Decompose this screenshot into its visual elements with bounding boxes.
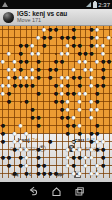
black-stone: ● <box>6 162 11 170</box>
black-stone: ● <box>54 82 59 90</box>
battery-icon <box>93 2 97 8</box>
board-point[interactable]: ● <box>106 58 112 66</box>
board-point[interactable] <box>106 106 112 114</box>
black-stone-logo-icon <box>3 12 14 23</box>
white-stone: ● <box>77 106 82 114</box>
white-stone: ● <box>89 114 94 122</box>
white-stone: ● <box>65 154 70 162</box>
white-stone: ● <box>95 26 100 34</box>
black-stone: ● <box>42 170 47 178</box>
white-stone: ● <box>77 146 82 154</box>
black-stone: ● <box>77 74 82 82</box>
black-stone: ● <box>54 58 59 66</box>
white-stone: ● <box>95 42 100 50</box>
white-stone: ● <box>30 50 35 58</box>
board-point[interactable] <box>106 66 112 74</box>
black-stone: ● <box>48 26 53 34</box>
black-stone: ● <box>107 58 112 66</box>
white-stone: ● <box>65 50 70 58</box>
board-point[interactable] <box>106 146 112 154</box>
board-point[interactable] <box>106 90 112 98</box>
black-stone: ● <box>36 122 41 130</box>
white-stone: ● <box>30 42 35 50</box>
white-stone: ● <box>89 82 94 90</box>
white-stone: ● <box>1 90 6 98</box>
board-point[interactable] <box>106 154 112 162</box>
white-stone: ● <box>83 154 88 162</box>
black-stone: ● <box>71 138 76 146</box>
black-stone: ● <box>24 82 29 90</box>
black-stone: ● <box>59 58 64 66</box>
black-stone: ● <box>77 154 82 162</box>
black-stone: ● <box>1 154 6 162</box>
board-point[interactable] <box>106 138 112 146</box>
black-stone: ● <box>36 114 41 122</box>
black-stone: ● <box>18 42 23 50</box>
black-stone: ● <box>65 90 70 98</box>
white-stone: ● <box>101 138 106 146</box>
black-stone: ● <box>54 98 59 106</box>
black-stone: ● <box>65 122 70 130</box>
black-stone: ● <box>95 146 100 154</box>
white-stone: ● <box>65 106 70 114</box>
white-stone: ● <box>95 106 100 114</box>
white-stone: ● <box>24 146 29 154</box>
black-stone: ● <box>65 34 70 42</box>
black-stone: ● <box>89 130 94 138</box>
black-stone: ● <box>101 146 106 154</box>
black-stone: ● <box>101 58 106 66</box>
black-stone: ● <box>24 170 29 178</box>
black-stone: ● <box>101 82 106 90</box>
save-button[interactable] <box>74 171 81 178</box>
white-stone: ● <box>89 154 94 162</box>
black-stone: ● <box>83 50 88 58</box>
board-point[interactable] <box>106 122 112 130</box>
black-stone: ● <box>89 42 94 50</box>
white-stone: ● <box>77 98 82 106</box>
black-stone: ● <box>101 74 106 82</box>
black-stone: ● <box>48 138 53 146</box>
black-stone: ● <box>12 74 17 82</box>
white-stone: ● <box>89 170 94 178</box>
black-stone: ● <box>48 66 53 74</box>
black-stone: ● <box>89 50 94 58</box>
black-stone: ● <box>12 170 17 178</box>
black-stone: ● <box>71 26 76 34</box>
white-stone: ● <box>77 58 82 66</box>
white-stone: ● <box>83 90 88 98</box>
board-point[interactable] <box>106 82 112 90</box>
title-bar: IGS: kenj vs cau Move 171 <box>0 9 112 26</box>
black-stone: ● <box>89 138 94 146</box>
black-stone: ● <box>36 170 41 178</box>
black-stone: ● <box>95 122 100 130</box>
black-stone: ● <box>95 90 100 98</box>
black-stone: ● <box>30 114 35 122</box>
black-stone: ● <box>71 74 76 82</box>
home-button[interactable] <box>51 186 62 197</box>
go-board[interactable]: ●●●●●●●●●●●●●●●●●●●●●●●●●●●●●●●●●●●●●●●●… <box>0 26 112 133</box>
black-stone: ● <box>42 34 47 42</box>
white-stone: ● <box>12 130 17 138</box>
black-stone: ● <box>95 130 100 138</box>
phone-screen: 2:37 IGS: kenj vs cau Move 171 ●●●●●●●●●… <box>0 0 112 200</box>
white-stone: ● <box>18 138 23 146</box>
black-stone: ● <box>71 162 76 170</box>
black-stone: ● <box>54 90 59 98</box>
white-stone: ● <box>95 58 100 66</box>
white-stone: ● <box>77 90 82 98</box>
signal-icon <box>86 2 91 7</box>
board-point[interactable] <box>106 50 112 58</box>
white-stone: ● <box>59 74 64 82</box>
board-point[interactable] <box>106 26 112 34</box>
white-stone: ● <box>89 146 94 154</box>
white-stone: ● <box>30 74 35 82</box>
white-stone: ● <box>65 42 70 50</box>
white-stone: ● <box>107 34 112 42</box>
white-stone: ● <box>59 50 64 58</box>
black-stone: ● <box>48 34 53 42</box>
black-stone: ● <box>71 154 76 162</box>
black-stone: ● <box>36 154 41 162</box>
warning-triangle-icon <box>2 2 8 7</box>
white-stone: ● <box>83 66 88 74</box>
black-stone: ● <box>71 122 76 130</box>
black-stone: ● <box>1 130 6 138</box>
white-stone: ● <box>36 34 41 42</box>
white-stone: ● <box>24 74 29 82</box>
white-stone: ● <box>101 50 106 58</box>
black-stone: ● <box>59 106 64 114</box>
black-stone: ● <box>77 130 82 138</box>
move-counter: Move 171 <box>17 18 67 24</box>
black-stone: ● <box>42 42 47 50</box>
white-stone: ● <box>12 58 17 66</box>
black-stone: ● <box>12 82 17 90</box>
black-stone: ● <box>18 82 23 90</box>
white-stone: ● <box>71 114 76 122</box>
black-stone: ● <box>18 154 23 162</box>
board-point[interactable] <box>106 74 112 82</box>
black-stone: ● <box>24 98 29 106</box>
black-stone: ● <box>1 138 6 146</box>
black-stone: ● <box>18 50 23 58</box>
black-stone: ● <box>24 58 29 66</box>
black-stone: ● <box>36 90 41 98</box>
back-icon <box>27 186 38 197</box>
white-stone: ● <box>59 90 64 98</box>
status-bar: 2:37 <box>0 0 112 9</box>
board-point[interactable] <box>106 114 112 122</box>
black-stone: ● <box>36 162 41 170</box>
white-stone: ● <box>65 74 70 82</box>
black-stone: ● <box>6 98 11 106</box>
black-stone: ● <box>59 114 64 122</box>
black-stone: ● <box>36 146 41 154</box>
black-stone: ● <box>48 74 53 82</box>
white-stone: ● <box>59 82 64 90</box>
white-stone: ● <box>65 98 70 106</box>
board-point[interactable]: ● <box>106 34 112 42</box>
white-stone: ● <box>24 154 29 162</box>
white-stone: ● <box>1 58 6 66</box>
black-stone: ● <box>54 66 59 74</box>
board-point[interactable] <box>106 162 112 170</box>
black-stone: ● <box>89 34 94 42</box>
white-stone: ● <box>42 26 47 34</box>
black-stone: ● <box>65 82 70 90</box>
white-stone: ● <box>18 146 23 154</box>
white-stone: ● <box>83 162 88 170</box>
black-stone: ● <box>77 50 82 58</box>
black-stone: ● <box>59 98 64 106</box>
black-stone: ● <box>54 170 59 178</box>
black-stone: ● <box>54 26 59 34</box>
black-stone: ● <box>6 154 11 162</box>
board-point[interactable] <box>106 98 112 106</box>
black-stone: ● <box>30 82 35 90</box>
black-stone: ● <box>18 162 23 170</box>
black-stone: ● <box>71 90 76 98</box>
white-stone: ● <box>65 146 70 154</box>
home-icon <box>51 186 62 197</box>
white-stone: ● <box>89 74 94 82</box>
white-stone: ● <box>36 50 41 58</box>
black-stone: ● <box>65 114 70 122</box>
white-stone: ● <box>6 66 11 74</box>
white-stone: ● <box>24 130 29 138</box>
white-stone: ● <box>18 74 23 82</box>
white-stone: ● <box>12 138 17 146</box>
black-stone: ● <box>48 170 53 178</box>
black-stone: ● <box>89 26 94 34</box>
black-stone: ● <box>36 66 41 74</box>
white-stone: ● <box>95 170 100 178</box>
black-stone: ● <box>18 66 23 74</box>
board-point[interactable] <box>106 42 112 50</box>
black-stone: ● <box>1 122 6 130</box>
white-stone: ● <box>6 82 11 90</box>
black-stone: ● <box>77 42 82 50</box>
white-stone: ● <box>30 66 35 74</box>
white-stone: ● <box>71 66 76 74</box>
black-stone: ● <box>101 154 106 162</box>
white-stone: ● <box>1 82 6 90</box>
white-stone: ● <box>89 98 94 106</box>
white-stone: ● <box>77 122 82 130</box>
black-stone: ● <box>24 42 29 50</box>
black-stone: ● <box>65 130 70 138</box>
white-stone: ● <box>95 162 100 170</box>
black-stone: ● <box>101 66 106 74</box>
white-stone: ● <box>95 34 100 42</box>
white-stone: ● <box>6 50 11 58</box>
white-stone: ● <box>89 66 94 74</box>
white-stone: ● <box>6 74 11 82</box>
black-stone: ● <box>71 34 76 42</box>
white-stone: ● <box>71 146 76 154</box>
black-stone: ● <box>95 98 100 106</box>
black-stone: ● <box>77 82 82 90</box>
board-point[interactable] <box>106 130 112 138</box>
black-stone: ● <box>42 162 47 170</box>
recents-button[interactable] <box>74 186 85 197</box>
android-nav-bar <box>0 182 112 200</box>
black-stone: ● <box>36 58 41 66</box>
black-stone: ● <box>30 106 35 114</box>
black-stone: ● <box>101 162 106 170</box>
white-stone: ● <box>83 58 88 66</box>
black-stone: ● <box>36 74 41 82</box>
black-stone: ● <box>59 34 64 42</box>
black-stone: ● <box>12 146 17 154</box>
white-stone: ● <box>65 162 70 170</box>
white-stone: ● <box>89 106 94 114</box>
white-stone: ● <box>95 138 100 146</box>
back-button[interactable] <box>27 186 38 197</box>
black-stone: ● <box>95 82 100 90</box>
board-point[interactable] <box>106 170 112 178</box>
white-stone: ● <box>24 162 29 170</box>
black-stone: ● <box>71 42 76 50</box>
black-stone: ● <box>18 58 23 66</box>
black-stone: ● <box>6 90 11 98</box>
floppy-disk-icon <box>74 171 81 178</box>
white-stone: ● <box>12 66 17 74</box>
white-stone: ● <box>18 122 23 130</box>
recents-icon <box>74 186 85 197</box>
white-stone: ● <box>101 42 106 50</box>
status-clock: 2:37 <box>98 2 110 8</box>
